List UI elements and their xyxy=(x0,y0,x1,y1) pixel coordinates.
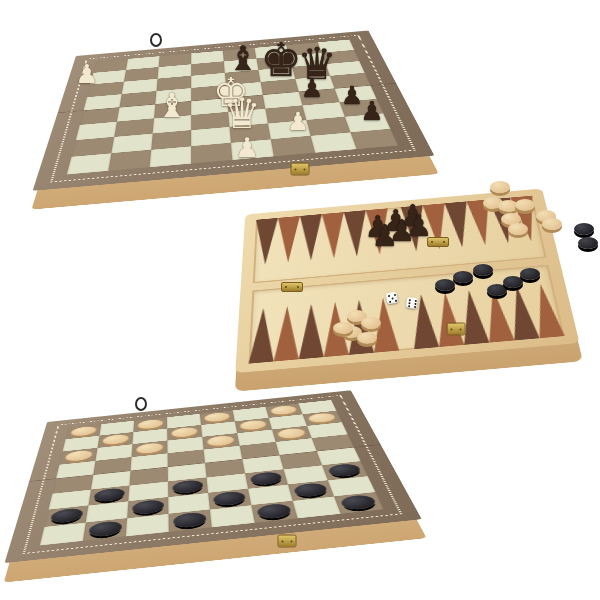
backgammon-point xyxy=(433,291,464,347)
light-square xyxy=(207,473,249,493)
product-photo-stage: ♟♝♚♛♝♚♛♟♟♟♟♟♟♟♟♟♟♟ xyxy=(0,0,600,600)
light-square xyxy=(168,493,210,514)
backgammon-point xyxy=(401,205,428,252)
wood-checker-piece xyxy=(276,427,307,439)
dark-square xyxy=(322,461,368,480)
wood-checker-piece xyxy=(64,449,94,462)
dark-square xyxy=(265,105,306,123)
backgammon-point xyxy=(366,208,392,255)
light-square xyxy=(150,146,191,167)
black-checker-piece xyxy=(173,511,207,528)
light-square xyxy=(86,501,129,522)
dark-square xyxy=(230,123,271,142)
black-checker-piece xyxy=(293,482,329,498)
black-checker-piece xyxy=(327,463,362,478)
loose-black-checker xyxy=(578,237,598,249)
dark-square xyxy=(114,118,154,136)
black-checker-piece xyxy=(339,494,378,511)
backgammon-point xyxy=(529,283,565,338)
light-square xyxy=(191,127,231,146)
wood-checker-piece xyxy=(239,419,268,431)
light-square xyxy=(284,465,328,484)
dark-square xyxy=(191,112,229,130)
backgammon-point xyxy=(300,214,323,261)
light-square xyxy=(228,109,268,127)
dark-square xyxy=(334,492,384,514)
light-square xyxy=(40,523,86,546)
light-square xyxy=(67,153,111,174)
dark-square xyxy=(127,497,168,518)
dark-square xyxy=(191,143,232,164)
backgammon-point xyxy=(409,293,439,349)
black-checker-piece xyxy=(172,479,203,494)
dark-square xyxy=(340,99,384,117)
light-square xyxy=(293,496,341,518)
dark-square xyxy=(251,501,297,523)
wood-checker-piece xyxy=(171,426,198,438)
backgammon-point xyxy=(344,210,369,257)
wood-checker-piece xyxy=(307,412,338,424)
dark-square xyxy=(151,130,191,150)
light-square xyxy=(128,481,168,501)
dark-square xyxy=(306,117,350,136)
black-checker-piece xyxy=(50,507,84,524)
dark-square xyxy=(44,505,88,526)
backgammon-upper-tray xyxy=(253,196,547,284)
black-checker-piece xyxy=(256,503,292,520)
light-square xyxy=(268,120,311,139)
dark-square xyxy=(169,510,212,532)
dark-square xyxy=(83,518,127,541)
backgammon-point xyxy=(510,196,542,243)
light-square xyxy=(111,134,152,154)
backgammon-point xyxy=(423,203,451,250)
black-checker-piece xyxy=(93,487,125,502)
wood-checker-piece xyxy=(102,433,130,445)
wood-checker-piece xyxy=(206,435,235,448)
dark-square xyxy=(168,477,208,497)
backgammon-point xyxy=(457,289,490,345)
dark-square xyxy=(288,480,334,500)
backgammon-point xyxy=(254,218,278,266)
backgammon-point xyxy=(481,287,515,343)
backgammon-point xyxy=(445,201,474,248)
light-square xyxy=(345,113,391,132)
backgammon-point xyxy=(505,285,540,340)
black-checker-piece xyxy=(213,490,246,506)
dark-square xyxy=(72,137,115,157)
light-square xyxy=(328,476,376,496)
loose-black-checker xyxy=(574,223,594,235)
backgammon-point xyxy=(277,216,300,264)
backgammon-point xyxy=(322,212,346,259)
wood-checker-piece xyxy=(136,442,164,455)
light-square xyxy=(248,485,293,506)
light-square xyxy=(126,514,169,537)
backgammon-point xyxy=(371,297,399,353)
dark-square xyxy=(108,150,151,171)
light-square xyxy=(210,505,255,527)
dark-square xyxy=(88,486,129,506)
black-checker-piece xyxy=(132,499,164,515)
light-square xyxy=(153,115,191,133)
dark-square xyxy=(245,469,288,488)
black-checker-piece xyxy=(250,471,283,486)
light-square xyxy=(49,490,91,510)
checkers-board-3d xyxy=(4,390,421,563)
black-checker-piece xyxy=(88,520,122,538)
checkers-board-folded xyxy=(11,269,400,600)
light-square xyxy=(302,102,344,120)
dark-square xyxy=(208,489,251,510)
checkers-grid xyxy=(40,400,384,545)
light-square xyxy=(76,122,117,141)
